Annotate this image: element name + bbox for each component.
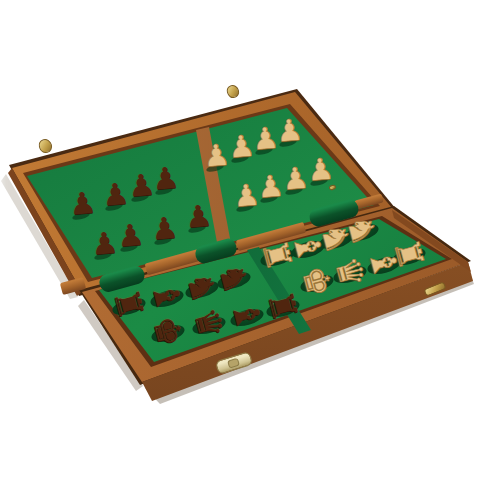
chess-box-photo: ♟ ♟ ♟ ♟ ♟ ♟ ♟ ♟ ♟ ♟ ♟ ♟ ♟ ♟ ♟ ♟ ♜ ♝ ♞ ♞ … (0, 0, 480, 480)
brass-clasp-icon (226, 84, 241, 100)
brass-clasp-icon (37, 138, 53, 155)
